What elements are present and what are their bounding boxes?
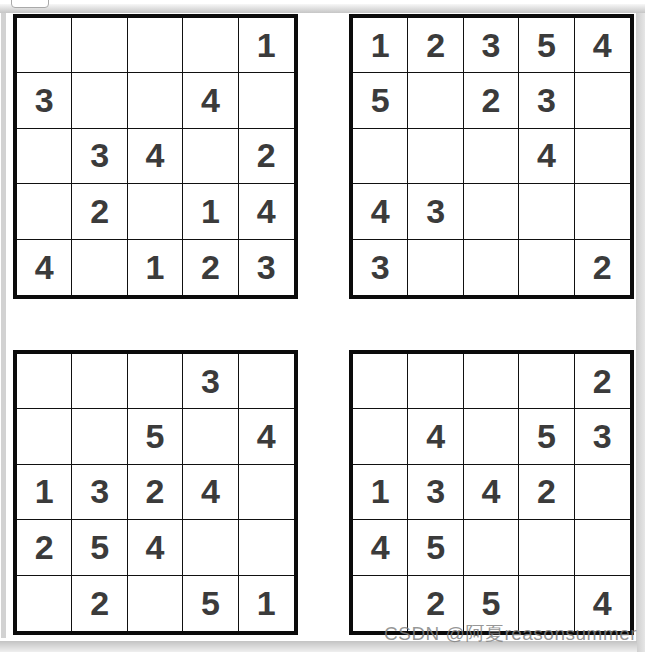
empty-cell-r1c2[interactable] xyxy=(72,354,127,409)
given-cell-r2c4[interactable]: 5 xyxy=(519,409,574,464)
empty-cell-r5c2[interactable] xyxy=(72,240,127,295)
empty-cell-r2c2[interactable] xyxy=(408,73,463,128)
scrollbar-track[interactable] xyxy=(636,13,645,652)
empty-cell-r1c4[interactable] xyxy=(183,18,238,73)
given-cell-r1c1[interactable]: 1 xyxy=(353,18,408,73)
empty-cell-r2c2[interactable] xyxy=(72,73,127,128)
empty-cell-r1c5[interactable] xyxy=(239,354,294,409)
empty-cell-r2c5[interactable] xyxy=(575,73,630,128)
given-cell-r2c5[interactable]: 4 xyxy=(239,409,294,464)
given-cell-r4c2[interactable]: 5 xyxy=(408,520,463,575)
given-cell-r2c4[interactable]: 3 xyxy=(519,73,574,128)
given-cell-r3c3[interactable]: 4 xyxy=(128,129,183,184)
puzzle-grid-bottom-left: 3541324254251 xyxy=(13,350,298,635)
empty-cell-r4c3[interactable] xyxy=(128,184,183,239)
given-cell-r1c5[interactable]: 1 xyxy=(239,18,294,73)
empty-cell-r2c3[interactable] xyxy=(464,409,519,464)
given-cell-r3c2[interactable]: 3 xyxy=(408,465,463,520)
empty-cell-r1c1[interactable] xyxy=(17,18,72,73)
empty-cell-r4c4[interactable] xyxy=(519,184,574,239)
empty-cell-r3c5[interactable] xyxy=(575,129,630,184)
worksheet-page: 1343422144123 1235452344332 354132425425… xyxy=(0,0,645,652)
given-cell-r4c2[interactable]: 2 xyxy=(72,184,127,239)
given-cell-r2c2[interactable]: 4 xyxy=(408,409,463,464)
given-cell-r3c2[interactable]: 3 xyxy=(72,129,127,184)
given-cell-r4c1[interactable]: 4 xyxy=(353,520,408,575)
empty-cell-r3c3[interactable] xyxy=(464,129,519,184)
empty-cell-r4c3[interactable] xyxy=(464,184,519,239)
given-cell-r3c4[interactable]: 4 xyxy=(519,129,574,184)
empty-cell-r2c1[interactable] xyxy=(353,409,408,464)
empty-cell-r4c1[interactable] xyxy=(17,184,72,239)
given-cell-r3c5[interactable]: 2 xyxy=(239,129,294,184)
given-cell-r4c5[interactable]: 4 xyxy=(239,184,294,239)
puzzle-grid-top-right: 1235452344332 xyxy=(349,14,634,299)
window-left-edge xyxy=(1,13,6,638)
given-cell-r5c5[interactable]: 1 xyxy=(239,576,294,631)
empty-cell-r1c1[interactable] xyxy=(353,354,408,409)
watermark: CSDN @阿夏reasonsummer xyxy=(384,621,645,647)
empty-cell-r1c4[interactable] xyxy=(519,354,574,409)
empty-cell-r1c3[interactable] xyxy=(128,354,183,409)
given-cell-r4c4[interactable]: 1 xyxy=(183,184,238,239)
given-cell-r2c3[interactable]: 2 xyxy=(464,73,519,128)
empty-cell-r1c2[interactable] xyxy=(72,18,127,73)
given-cell-r4c2[interactable]: 3 xyxy=(408,184,463,239)
empty-cell-r1c3[interactable] xyxy=(464,354,519,409)
given-cell-r5c2[interactable]: 2 xyxy=(72,576,127,631)
given-cell-r4c2[interactable]: 5 xyxy=(72,520,127,575)
given-cell-r4c1[interactable]: 4 xyxy=(353,184,408,239)
given-cell-r3c1[interactable]: 1 xyxy=(17,465,72,520)
given-cell-r5c5[interactable]: 2 xyxy=(575,240,630,295)
given-cell-r3c3[interactable]: 4 xyxy=(464,465,519,520)
given-cell-r5c4[interactable]: 5 xyxy=(183,576,238,631)
empty-cell-r5c4[interactable] xyxy=(519,240,574,295)
given-cell-r3c3[interactable]: 2 xyxy=(128,465,183,520)
given-cell-r1c5[interactable]: 2 xyxy=(575,354,630,409)
given-cell-r4c1[interactable]: 2 xyxy=(17,520,72,575)
given-cell-r4c3[interactable]: 4 xyxy=(128,520,183,575)
empty-cell-r3c4[interactable] xyxy=(183,129,238,184)
empty-cell-r4c5[interactable] xyxy=(575,520,630,575)
given-cell-r5c1[interactable]: 3 xyxy=(353,240,408,295)
empty-cell-r1c3[interactable] xyxy=(128,18,183,73)
empty-cell-r2c5[interactable] xyxy=(239,73,294,128)
given-cell-r1c5[interactable]: 4 xyxy=(575,18,630,73)
empty-cell-r2c3[interactable] xyxy=(128,73,183,128)
given-cell-r1c3[interactable]: 3 xyxy=(464,18,519,73)
given-cell-r2c1[interactable]: 5 xyxy=(353,73,408,128)
empty-cell-r4c3[interactable] xyxy=(464,520,519,575)
empty-cell-r4c5[interactable] xyxy=(575,184,630,239)
empty-cell-r5c1[interactable] xyxy=(17,576,72,631)
given-cell-r5c3[interactable]: 1 xyxy=(128,240,183,295)
empty-cell-r1c2[interactable] xyxy=(408,354,463,409)
empty-cell-r4c4[interactable] xyxy=(519,520,574,575)
toolbar-button-remnant xyxy=(11,0,49,8)
empty-cell-r4c5[interactable] xyxy=(239,520,294,575)
given-cell-r1c2[interactable]: 2 xyxy=(408,18,463,73)
empty-cell-r2c2[interactable] xyxy=(72,409,127,464)
empty-cell-r3c5[interactable] xyxy=(575,465,630,520)
given-cell-r2c5[interactable]: 3 xyxy=(575,409,630,464)
empty-cell-r3c1[interactable] xyxy=(17,129,72,184)
given-cell-r3c4[interactable]: 2 xyxy=(519,465,574,520)
given-cell-r5c5[interactable]: 3 xyxy=(239,240,294,295)
given-cell-r5c1[interactable]: 4 xyxy=(17,240,72,295)
empty-cell-r1c1[interactable] xyxy=(17,354,72,409)
given-cell-r3c2[interactable]: 3 xyxy=(72,465,127,520)
puzzle-grid-top-left: 1343422144123 xyxy=(13,14,298,299)
given-cell-r3c4[interactable]: 4 xyxy=(183,465,238,520)
given-cell-r1c4[interactable]: 5 xyxy=(519,18,574,73)
empty-cell-r5c3[interactable] xyxy=(128,576,183,631)
empty-cell-r3c2[interactable] xyxy=(408,129,463,184)
empty-cell-r2c1[interactable] xyxy=(17,409,72,464)
given-cell-r2c4[interactable]: 4 xyxy=(183,73,238,128)
given-cell-r2c3[interactable]: 5 xyxy=(128,409,183,464)
empty-cell-r3c1[interactable] xyxy=(353,129,408,184)
window-top-edge xyxy=(0,4,645,13)
empty-cell-r4c4[interactable] xyxy=(183,520,238,575)
given-cell-r1c4[interactable]: 3 xyxy=(183,354,238,409)
given-cell-r2c1[interactable]: 3 xyxy=(17,73,72,128)
empty-cell-r3c5[interactable] xyxy=(239,465,294,520)
empty-cell-r5c2[interactable] xyxy=(408,240,463,295)
puzzle-grid-bottom-right: 2453134245254 xyxy=(349,350,634,635)
given-cell-r3c1[interactable]: 1 xyxy=(353,465,408,520)
empty-cell-r2c4[interactable] xyxy=(183,409,238,464)
given-cell-r5c4[interactable]: 2 xyxy=(183,240,238,295)
empty-cell-r5c3[interactable] xyxy=(464,240,519,295)
